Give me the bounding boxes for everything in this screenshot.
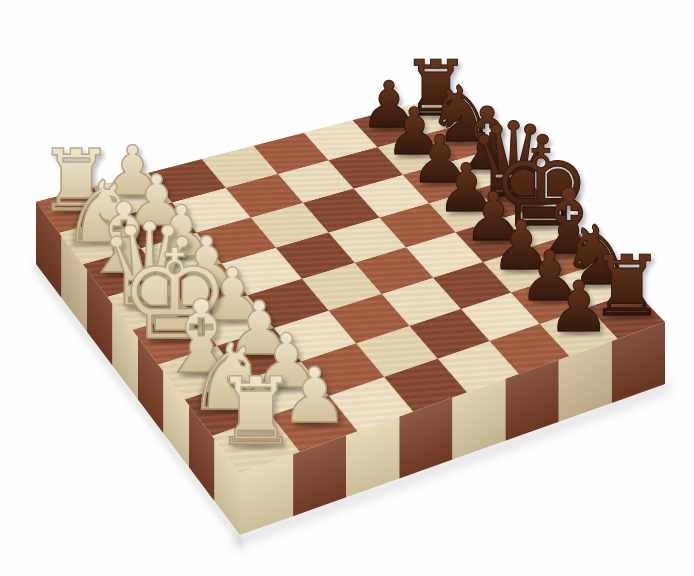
piece-white-rook-h1[interactable]: ♜	[214, 365, 298, 459]
piece-black-pawn-h7[interactable]: ♟	[548, 273, 611, 343]
chess-set-photo: ♜♞♝♛♚♝♞♜♟♟♟♟♟♟♟♟♟♟♟♟♟♟♟♟♜♞♝♛♚♝♞♜	[0, 0, 694, 576]
